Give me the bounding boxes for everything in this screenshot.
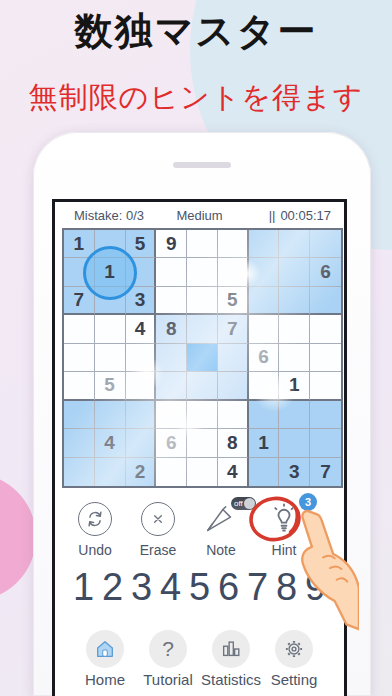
sudoku-cell-r8c1[interactable] (64, 429, 95, 457)
phone-speaker (173, 162, 231, 168)
sudoku-cell-r5c4[interactable] (156, 344, 187, 372)
sudoku-cell-r9c2[interactable] (95, 458, 126, 486)
erase-label: Erase (140, 542, 177, 558)
note-toggle[interactable]: off (231, 497, 256, 510)
sudoku-cell-r7c4[interactable] (156, 401, 187, 429)
sudoku-cell-r2c4[interactable] (156, 258, 187, 286)
numpad-8[interactable]: 8 (272, 566, 301, 609)
sudoku-cell-r2c7[interactable] (249, 258, 280, 286)
number-pad: 123456789 (55, 566, 344, 609)
sudoku-cell-r8c8[interactable] (279, 429, 310, 457)
sudoku-cell-r3c5[interactable] (187, 287, 218, 315)
sudoku-cell-r6c3[interactable] (126, 372, 157, 400)
sudoku-cell-r7c2[interactable] (95, 401, 126, 429)
sudoku-cell-r3c9[interactable] (310, 287, 341, 315)
sudoku-cell-r2c5[interactable] (187, 258, 218, 286)
nav-tutorial[interactable]: ? Tutorial (140, 630, 196, 688)
background-pink-blob (0, 473, 36, 601)
nav-home[interactable]: Home (77, 630, 133, 688)
sudoku-cell-r6c1[interactable] (64, 372, 95, 400)
bar-chart-icon (212, 630, 250, 668)
numpad-7[interactable]: 7 (243, 566, 272, 609)
numpad-9[interactable]: 9 (301, 566, 330, 609)
sudoku-cell-r9c5[interactable] (187, 458, 218, 486)
sudoku-cell-r5c2[interactable] (95, 344, 126, 372)
note-label: Note (206, 542, 236, 558)
hint-button[interactable]: 3 Hint (258, 502, 310, 564)
sudoku-cell-r1c4[interactable]: 9 (156, 230, 187, 258)
sudoku-cell-r1c8[interactable] (279, 230, 310, 258)
sudoku-cell-r2c8[interactable] (279, 258, 310, 286)
sudoku-cell-r6c4[interactable] (156, 372, 187, 400)
sudoku-cell-r4c1[interactable] (64, 315, 95, 343)
sudoku-cell-r3c3[interactable]: 3 (126, 287, 157, 315)
sudoku-cell-r7c6[interactable] (218, 401, 249, 429)
sudoku-cell-r5c1[interactable] (64, 344, 95, 372)
undo-icon (78, 502, 112, 536)
mistake-counter: Mistake: 0/3 (74, 208, 144, 223)
numpad-3[interactable]: 3 (127, 566, 156, 609)
sudoku-cell-r6c2[interactable]: 5 (95, 372, 126, 400)
home-icon (86, 630, 124, 668)
sudoku-cell-r6c5[interactable] (187, 372, 218, 400)
nav-statistics[interactable]: Statistics (203, 630, 259, 688)
numpad-4[interactable]: 4 (156, 566, 185, 609)
erase-icon (141, 502, 175, 536)
toggle-knob (244, 498, 255, 509)
sudoku-cell-r7c5[interactable] (187, 401, 218, 429)
hint-bulb-icon (266, 502, 302, 536)
sudoku-board: 1591673548765146812437 (62, 228, 343, 488)
question-mark-icon: ? (149, 630, 187, 668)
hint-badge: 3 (299, 493, 317, 511)
sudoku-cell-r5c5[interactable] (187, 344, 218, 372)
sudoku-cell-r5c6[interactable] (218, 344, 249, 372)
sudoku-cell-r2c9[interactable]: 6 (310, 258, 341, 286)
difficulty-label: Medium (176, 208, 222, 223)
sudoku-cell-r6c6[interactable] (218, 372, 249, 400)
sudoku-cell-r2c6[interactable] (218, 258, 249, 286)
sudoku-cell-r8c4[interactable]: 6 (156, 429, 187, 457)
pause-icon[interactable]: || (269, 208, 276, 223)
sudoku-cell-r3c4[interactable] (156, 287, 187, 315)
sudoku-cell-r8c9[interactable] (310, 429, 341, 457)
sudoku-cell-r1c7[interactable] (249, 230, 280, 258)
sudoku-cell-r1c6[interactable] (218, 230, 249, 258)
numpad-2[interactable]: 2 (98, 566, 127, 609)
numpad-1[interactable]: 1 (69, 566, 98, 609)
sudoku-cell-r9c1[interactable] (64, 458, 95, 486)
sudoku-cell-r4c7[interactable] (249, 315, 280, 343)
sudoku-cell-r4c2[interactable] (95, 315, 126, 343)
sudoku-cell-r3c7[interactable] (249, 287, 280, 315)
sudoku-cell-r8c7[interactable]: 1 (249, 429, 280, 457)
undo-label: Undo (78, 542, 111, 558)
sudoku-cell-r9c8[interactable]: 3 (279, 458, 310, 486)
sudoku-cell-r6c8[interactable]: 1 (279, 372, 310, 400)
sudoku-cell-r6c9[interactable] (310, 372, 341, 400)
status-bar: Mistake: 0/3 Medium || 00:05:17 (55, 202, 344, 229)
sudoku-cell-r4c4[interactable]: 8 (156, 315, 187, 343)
undo-button[interactable]: Undo (69, 502, 121, 564)
sudoku-cell-r7c7[interactable] (249, 401, 280, 429)
numpad-6[interactable]: 6 (214, 566, 243, 609)
sudoku-cell-r4c3[interactable]: 4 (126, 315, 157, 343)
sudoku-cell-r4c6[interactable]: 7 (218, 315, 249, 343)
sudoku-cell-r8c5[interactable] (187, 429, 218, 457)
sudoku-cell-r3c6[interactable]: 5 (218, 287, 249, 315)
game-screen: Mistake: 0/3 Medium || 00:05:17 15916735… (52, 199, 347, 696)
numpad-5[interactable]: 5 (185, 566, 214, 609)
sudoku-cell-r8c6[interactable]: 8 (218, 429, 249, 457)
sudoku-cell-r9c7[interactable] (249, 458, 280, 486)
sudoku-cell-r9c3[interactable]: 2 (126, 458, 157, 486)
sudoku-cell-r4c8[interactable] (279, 315, 310, 343)
sudoku-cell-r1c9[interactable] (310, 230, 341, 258)
sudoku-cell-r4c5[interactable] (187, 315, 218, 343)
sudoku-cell-r1c5[interactable] (187, 230, 218, 258)
sudoku-cell-r7c9[interactable] (310, 401, 341, 429)
erase-button[interactable]: Erase (132, 502, 184, 564)
promo-subtitle: 無制限のヒントを得ます (0, 78, 392, 118)
nav-setting[interactable]: Setting (266, 630, 322, 688)
note-button[interactable]: off Note (195, 502, 247, 564)
sudoku-cell-r8c3[interactable] (126, 429, 157, 457)
sudoku-cell-r6c7[interactable] (249, 372, 280, 400)
sudoku-cell-r9c6[interactable]: 4 (218, 458, 249, 486)
sudoku-cell-r7c1[interactable] (64, 401, 95, 429)
sudoku-cell-r7c3[interactable] (126, 401, 157, 429)
bottom-nav: Home ? Tutorial Statistics (55, 630, 344, 688)
hint-label: Hint (272, 542, 297, 558)
sudoku-cell-r5c7[interactable]: 6 (249, 344, 280, 372)
sudoku-cell-r8c2[interactable]: 4 (95, 429, 126, 457)
sudoku-cell-r4c9[interactable] (310, 315, 341, 343)
sudoku-cell-r3c8[interactable] (279, 287, 310, 315)
sudoku-cell-r5c9[interactable] (310, 344, 341, 372)
toolbar: Undo Erase off Note (55, 502, 344, 564)
sudoku-cell-r7c8[interactable] (279, 401, 310, 429)
sudoku-cell-r5c3[interactable] (126, 344, 157, 372)
gear-icon (275, 630, 313, 668)
sudoku-cell-r9c4[interactable] (156, 458, 187, 486)
app-title: 数独マスター (0, 6, 392, 57)
sudoku-cell-r5c8[interactable] (279, 344, 310, 372)
sudoku-cell-r9c9[interactable]: 7 (310, 458, 341, 486)
timer: 00:05:17 (280, 208, 331, 223)
